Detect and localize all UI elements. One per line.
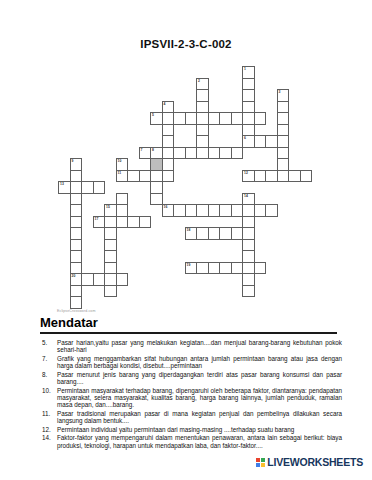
clue-item-text: Grafik yang menggambarkan sifat hubungan… — [57, 355, 342, 369]
clue-item: 7.Grafik yang menggambarkan sifat hubung… — [42, 355, 342, 369]
heading-rule — [40, 332, 337, 334]
cell-clue-number: 6 — [244, 136, 246, 140]
clue-item: 12.Permintaan individual yaitu permintaa… — [42, 426, 342, 433]
grid-cell[interactable] — [254, 262, 267, 275]
logo-square — [261, 463, 265, 467]
logo-square — [256, 463, 260, 467]
grid-cell[interactable] — [300, 170, 313, 183]
liveworksheets-brand: LIVEWORKSHEETS — [267, 456, 363, 468]
clue-item-text: Permintaan individual yaitu permintaan d… — [57, 426, 342, 433]
cell-clue-number: 3 — [279, 90, 281, 94]
clue-item-number: 5. — [42, 339, 57, 353]
clue-list: 5.Pasar harian,yaitu pasar yang melakuka… — [42, 339, 342, 450]
cell-clue-number: 10 — [118, 159, 122, 163]
clue-item-number: 11. — [42, 410, 57, 424]
clue-item-text: Permintaan masyarakat terhadap barang, d… — [57, 387, 342, 409]
cell-clue-number: 13 — [60, 182, 64, 186]
cell-clue-number: 2 — [198, 79, 200, 83]
clue-item-text: Pasar tradisional merupakan pasar di man… — [57, 410, 342, 424]
clue-item-number: 14. — [42, 434, 57, 448]
cell-clue-number: 18 — [187, 228, 191, 232]
clue-item: 14.Faktor-faktor yang mempengaruhi dalam… — [42, 434, 342, 448]
cell-clue-number: 5 — [152, 113, 154, 117]
grid-cell[interactable] — [265, 204, 278, 217]
grid-cell[interactable] — [104, 285, 117, 298]
liveworksheets-footer[interactable]: LIVEWORKSHEETS — [256, 456, 363, 468]
grid-cell[interactable] — [242, 285, 255, 298]
grid-cell[interactable] — [162, 170, 175, 183]
grid-cell[interactable] — [70, 296, 83, 309]
grid-cell[interactable] — [116, 273, 129, 286]
liveworksheets-logo-icon — [256, 458, 265, 467]
crossword-grid: 1234567891011121314151617181920 — [58, 66, 311, 308]
clue-item-number: 12. — [42, 426, 57, 433]
logo-square — [256, 458, 260, 462]
page-title: IPSVII-2-3-C-002 — [0, 38, 372, 50]
cell-clue-number: 14 — [244, 194, 248, 198]
cell-clue-number: 19 — [187, 263, 191, 267]
clue-item: 10.Permintaan masyarakat terhadap barang… — [42, 387, 342, 409]
cell-clue-number: 1 — [244, 67, 246, 71]
cell-clue-number: 7 — [141, 148, 143, 152]
cell-clue-number: 4 — [164, 102, 166, 106]
grid-cell[interactable] — [231, 147, 244, 160]
clue-item: 5.Pasar harian,yaitu pasar yang melakuka… — [42, 339, 342, 353]
cell-clue-number: 11 — [118, 171, 122, 175]
clue-item-text: Faktor-faktor yang mempengaruhi dalam me… — [57, 434, 342, 448]
cell-clue-number: 16 — [164, 205, 168, 209]
cell-clue-number: 8 — [152, 148, 154, 152]
clue-item: 8.Pasar menurut jenis barang yang diperd… — [42, 371, 342, 385]
clue-item-number: 8. — [42, 371, 57, 385]
cell-clue-number: 17 — [95, 217, 99, 221]
grid-cell[interactable] — [139, 216, 152, 229]
clue-item-number: 7. — [42, 355, 57, 369]
clue-item-text: Pasar menurut jenis barang yang diperdag… — [57, 371, 342, 385]
clue-item-text: Pasar harian,yaitu pasar yang melakukan … — [57, 339, 342, 353]
grid-cell[interactable] — [254, 112, 267, 125]
clue-item: 11.Pasar tradisional merupakan pasar di … — [42, 410, 342, 424]
cell-clue-number: 9 — [72, 159, 74, 163]
cell-clue-number: 20 — [72, 274, 76, 278]
grid-cell[interactable] — [93, 181, 106, 194]
eclipsecrossword-watermark: EclipseCrossword.com — [57, 309, 96, 313]
clue-item-number: 10. — [42, 387, 57, 409]
cell-clue-number: 12 — [244, 171, 248, 175]
across-section-heading: Mendatar — [40, 315, 98, 330]
cell-clue-number: 15 — [106, 205, 110, 209]
logo-square — [261, 458, 265, 462]
